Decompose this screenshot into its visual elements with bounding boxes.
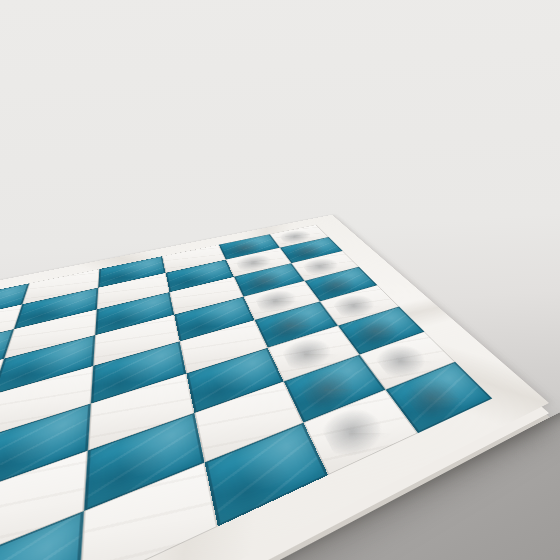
- square-h4[interactable]: [79, 462, 218, 560]
- chess-board: ♜♞♝♛♚♝♞♜♟♟♟♟♟♟♟♟: [0, 215, 549, 560]
- pawn-glyph: ♟: [292, 315, 406, 442]
- product-photo-frame: ♜♞♝♛♚♝♞♜♟♟♟♟♟♟♟♟: [0, 0, 560, 560]
- scene-3d: ♜♞♝♛♚♝♞♜♟♟♟♟♟♟♟♟: [0, 0, 560, 560]
- square-h2[interactable]: ♟: [303, 390, 418, 475]
